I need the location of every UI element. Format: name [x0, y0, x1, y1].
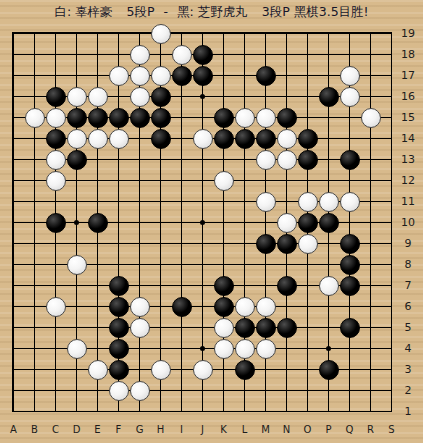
- intersection-I7[interactable]: [171, 275, 192, 296]
- intersection-J14[interactable]: [192, 128, 213, 149]
- intersection-O3[interactable]: [297, 359, 318, 380]
- intersection-O2[interactable]: [297, 380, 318, 401]
- intersection-L16[interactable]: [234, 86, 255, 107]
- intersection-J15[interactable]: [192, 107, 213, 128]
- intersection-E5[interactable]: [87, 317, 108, 338]
- intersection-D4[interactable]: [66, 338, 87, 359]
- intersection-L6[interactable]: [234, 296, 255, 317]
- intersection-L8[interactable]: [234, 254, 255, 275]
- intersection-O18[interactable]: [297, 44, 318, 65]
- intersection-Q8[interactable]: [339, 254, 360, 275]
- intersection-P3[interactable]: [318, 359, 339, 380]
- intersection-C16[interactable]: [45, 86, 66, 107]
- intersection-I18[interactable]: [171, 44, 192, 65]
- intersection-G17[interactable]: [129, 65, 150, 86]
- intersection-R9[interactable]: [360, 233, 381, 254]
- intersection-O5[interactable]: [297, 317, 318, 338]
- intersection-E15[interactable]: [87, 107, 108, 128]
- intersection-F12[interactable]: [108, 170, 129, 191]
- intersection-P9[interactable]: [318, 233, 339, 254]
- intersection-I16[interactable]: [171, 86, 192, 107]
- intersection-A18[interactable]: [3, 44, 24, 65]
- intersection-P19[interactable]: [318, 23, 339, 44]
- intersection-A3[interactable]: [3, 359, 24, 380]
- intersection-H15[interactable]: [150, 107, 171, 128]
- intersection-Q12[interactable]: [339, 170, 360, 191]
- intersection-F19[interactable]: [108, 23, 129, 44]
- intersection-M2[interactable]: [255, 380, 276, 401]
- intersection-F10[interactable]: [108, 212, 129, 233]
- intersection-N13[interactable]: [276, 149, 297, 170]
- intersection-N4[interactable]: [276, 338, 297, 359]
- intersection-N8[interactable]: [276, 254, 297, 275]
- intersection-J7[interactable]: [192, 275, 213, 296]
- intersection-P12[interactable]: [318, 170, 339, 191]
- intersection-K1[interactable]: [213, 401, 234, 422]
- intersection-E6[interactable]: [87, 296, 108, 317]
- intersection-N11[interactable]: [276, 191, 297, 212]
- intersection-O8[interactable]: [297, 254, 318, 275]
- intersection-D14[interactable]: [66, 128, 87, 149]
- intersection-H7[interactable]: [150, 275, 171, 296]
- intersection-D16[interactable]: [66, 86, 87, 107]
- intersection-B4[interactable]: [24, 338, 45, 359]
- intersection-A6[interactable]: [3, 296, 24, 317]
- intersection-M8[interactable]: [255, 254, 276, 275]
- intersection-D9[interactable]: [66, 233, 87, 254]
- intersection-R15[interactable]: [360, 107, 381, 128]
- intersection-Q5[interactable]: [339, 317, 360, 338]
- intersection-G12[interactable]: [129, 170, 150, 191]
- intersection-Q16[interactable]: [339, 86, 360, 107]
- intersection-J19[interactable]: [192, 23, 213, 44]
- intersection-I8[interactable]: [171, 254, 192, 275]
- intersection-F1[interactable]: [108, 401, 129, 422]
- intersection-P13[interactable]: [318, 149, 339, 170]
- intersection-O19[interactable]: [297, 23, 318, 44]
- intersection-H17[interactable]: [150, 65, 171, 86]
- intersection-O9[interactable]: [297, 233, 318, 254]
- intersection-E14[interactable]: [87, 128, 108, 149]
- intersection-R11[interactable]: [360, 191, 381, 212]
- intersection-D17[interactable]: [66, 65, 87, 86]
- intersection-N14[interactable]: [276, 128, 297, 149]
- intersection-F13[interactable]: [108, 149, 129, 170]
- intersection-G9[interactable]: [129, 233, 150, 254]
- intersection-I10[interactable]: [171, 212, 192, 233]
- intersection-K5[interactable]: [213, 317, 234, 338]
- intersection-Q14[interactable]: [339, 128, 360, 149]
- intersection-A7[interactable]: [3, 275, 24, 296]
- intersection-R7[interactable]: [360, 275, 381, 296]
- intersection-B17[interactable]: [24, 65, 45, 86]
- intersection-D10[interactable]: [66, 212, 87, 233]
- intersection-C15[interactable]: [45, 107, 66, 128]
- intersection-M5[interactable]: [255, 317, 276, 338]
- intersection-M17[interactable]: [255, 65, 276, 86]
- intersection-O6[interactable]: [297, 296, 318, 317]
- intersection-K8[interactable]: [213, 254, 234, 275]
- intersection-B16[interactable]: [24, 86, 45, 107]
- intersection-P8[interactable]: [318, 254, 339, 275]
- intersection-O4[interactable]: [297, 338, 318, 359]
- intersection-K19[interactable]: [213, 23, 234, 44]
- intersection-I11[interactable]: [171, 191, 192, 212]
- intersection-G3[interactable]: [129, 359, 150, 380]
- intersection-L15[interactable]: [234, 107, 255, 128]
- intersection-L13[interactable]: [234, 149, 255, 170]
- intersection-F16[interactable]: [108, 86, 129, 107]
- intersection-E7[interactable]: [87, 275, 108, 296]
- intersection-G13[interactable]: [129, 149, 150, 170]
- intersection-F3[interactable]: [108, 359, 129, 380]
- intersection-M14[interactable]: [255, 128, 276, 149]
- intersection-J3[interactable]: [192, 359, 213, 380]
- intersection-D7[interactable]: [66, 275, 87, 296]
- intersection-H13[interactable]: [150, 149, 171, 170]
- intersection-N10[interactable]: [276, 212, 297, 233]
- intersection-J5[interactable]: [192, 317, 213, 338]
- intersection-O16[interactable]: [297, 86, 318, 107]
- intersection-K13[interactable]: [213, 149, 234, 170]
- intersection-I12[interactable]: [171, 170, 192, 191]
- intersection-N16[interactable]: [276, 86, 297, 107]
- intersection-O12[interactable]: [297, 170, 318, 191]
- intersection-B3[interactable]: [24, 359, 45, 380]
- intersection-Q13[interactable]: [339, 149, 360, 170]
- intersection-L12[interactable]: [234, 170, 255, 191]
- intersection-Q3[interactable]: [339, 359, 360, 380]
- intersection-C11[interactable]: [45, 191, 66, 212]
- intersection-R5[interactable]: [360, 317, 381, 338]
- intersection-C4[interactable]: [45, 338, 66, 359]
- intersection-L2[interactable]: [234, 380, 255, 401]
- intersection-P1[interactable]: [318, 401, 339, 422]
- intersection-E8[interactable]: [87, 254, 108, 275]
- intersection-F5[interactable]: [108, 317, 129, 338]
- intersection-O11[interactable]: [297, 191, 318, 212]
- intersection-K3[interactable]: [213, 359, 234, 380]
- intersection-A15[interactable]: [3, 107, 24, 128]
- intersection-C5[interactable]: [45, 317, 66, 338]
- intersection-K9[interactable]: [213, 233, 234, 254]
- intersection-L19[interactable]: [234, 23, 255, 44]
- intersection-B1[interactable]: [24, 401, 45, 422]
- intersection-M9[interactable]: [255, 233, 276, 254]
- intersection-J9[interactable]: [192, 233, 213, 254]
- intersection-D2[interactable]: [66, 380, 87, 401]
- intersection-E2[interactable]: [87, 380, 108, 401]
- intersection-N12[interactable]: [276, 170, 297, 191]
- intersection-J2[interactable]: [192, 380, 213, 401]
- intersection-B18[interactable]: [24, 44, 45, 65]
- intersection-D1[interactable]: [66, 401, 87, 422]
- intersection-C10[interactable]: [45, 212, 66, 233]
- intersection-L11[interactable]: [234, 191, 255, 212]
- intersection-C9[interactable]: [45, 233, 66, 254]
- intersection-Q11[interactable]: [339, 191, 360, 212]
- intersection-K11[interactable]: [213, 191, 234, 212]
- intersection-M11[interactable]: [255, 191, 276, 212]
- intersection-D19[interactable]: [66, 23, 87, 44]
- intersection-A12[interactable]: [3, 170, 24, 191]
- intersection-L17[interactable]: [234, 65, 255, 86]
- intersection-P10[interactable]: [318, 212, 339, 233]
- intersection-I14[interactable]: [171, 128, 192, 149]
- intersection-C18[interactable]: [45, 44, 66, 65]
- intersection-M19[interactable]: [255, 23, 276, 44]
- intersection-M16[interactable]: [255, 86, 276, 107]
- intersection-O14[interactable]: [297, 128, 318, 149]
- intersection-O17[interactable]: [297, 65, 318, 86]
- intersection-C14[interactable]: [45, 128, 66, 149]
- intersection-H18[interactable]: [150, 44, 171, 65]
- intersection-A8[interactable]: [3, 254, 24, 275]
- intersection-A19[interactable]: [3, 23, 24, 44]
- intersection-Q18[interactable]: [339, 44, 360, 65]
- intersection-H11[interactable]: [150, 191, 171, 212]
- intersection-E12[interactable]: [87, 170, 108, 191]
- intersection-M1[interactable]: [255, 401, 276, 422]
- intersection-I19[interactable]: [171, 23, 192, 44]
- intersection-F7[interactable]: [108, 275, 129, 296]
- intersection-M10[interactable]: [255, 212, 276, 233]
- intersection-L18[interactable]: [234, 44, 255, 65]
- intersection-N17[interactable]: [276, 65, 297, 86]
- intersection-I3[interactable]: [171, 359, 192, 380]
- intersection-R3[interactable]: [360, 359, 381, 380]
- intersection-L9[interactable]: [234, 233, 255, 254]
- intersection-J17[interactable]: [192, 65, 213, 86]
- intersection-E11[interactable]: [87, 191, 108, 212]
- intersection-L10[interactable]: [234, 212, 255, 233]
- intersection-F8[interactable]: [108, 254, 129, 275]
- intersection-R16[interactable]: [360, 86, 381, 107]
- intersection-C12[interactable]: [45, 170, 66, 191]
- intersection-A14[interactable]: [3, 128, 24, 149]
- intersection-R17[interactable]: [360, 65, 381, 86]
- intersection-B6[interactable]: [24, 296, 45, 317]
- intersection-A1[interactable]: [3, 401, 24, 422]
- intersection-I4[interactable]: [171, 338, 192, 359]
- intersection-I2[interactable]: [171, 380, 192, 401]
- intersection-K2[interactable]: [213, 380, 234, 401]
- intersection-H16[interactable]: [150, 86, 171, 107]
- intersection-L5[interactable]: [234, 317, 255, 338]
- intersection-D12[interactable]: [66, 170, 87, 191]
- intersection-P5[interactable]: [318, 317, 339, 338]
- intersection-M15[interactable]: [255, 107, 276, 128]
- intersection-G5[interactable]: [129, 317, 150, 338]
- intersection-F14[interactable]: [108, 128, 129, 149]
- intersection-N9[interactable]: [276, 233, 297, 254]
- intersection-J13[interactable]: [192, 149, 213, 170]
- intersection-I17[interactable]: [171, 65, 192, 86]
- intersection-P11[interactable]: [318, 191, 339, 212]
- intersection-N3[interactable]: [276, 359, 297, 380]
- intersection-E17[interactable]: [87, 65, 108, 86]
- intersection-A5[interactable]: [3, 317, 24, 338]
- intersection-R1[interactable]: [360, 401, 381, 422]
- intersection-M3[interactable]: [255, 359, 276, 380]
- intersection-H10[interactable]: [150, 212, 171, 233]
- intersection-C7[interactable]: [45, 275, 66, 296]
- intersection-M6[interactable]: [255, 296, 276, 317]
- intersection-P7[interactable]: [318, 275, 339, 296]
- intersection-B19[interactable]: [24, 23, 45, 44]
- intersection-O7[interactable]: [297, 275, 318, 296]
- intersection-A17[interactable]: [3, 65, 24, 86]
- intersection-H3[interactable]: [150, 359, 171, 380]
- intersection-C19[interactable]: [45, 23, 66, 44]
- intersection-N18[interactable]: [276, 44, 297, 65]
- intersection-D3[interactable]: [66, 359, 87, 380]
- intersection-L7[interactable]: [234, 275, 255, 296]
- intersection-N6[interactable]: [276, 296, 297, 317]
- intersection-B14[interactable]: [24, 128, 45, 149]
- intersection-O10[interactable]: [297, 212, 318, 233]
- intersection-A9[interactable]: [3, 233, 24, 254]
- intersection-D18[interactable]: [66, 44, 87, 65]
- intersection-N5[interactable]: [276, 317, 297, 338]
- intersection-M7[interactable]: [255, 275, 276, 296]
- intersection-E4[interactable]: [87, 338, 108, 359]
- intersection-C2[interactable]: [45, 380, 66, 401]
- intersection-Q1[interactable]: [339, 401, 360, 422]
- intersection-L4[interactable]: [234, 338, 255, 359]
- intersection-M18[interactable]: [255, 44, 276, 65]
- intersection-P16[interactable]: [318, 86, 339, 107]
- intersection-G15[interactable]: [129, 107, 150, 128]
- intersection-M12[interactable]: [255, 170, 276, 191]
- intersection-K14[interactable]: [213, 128, 234, 149]
- intersection-K12[interactable]: [213, 170, 234, 191]
- intersection-C3[interactable]: [45, 359, 66, 380]
- intersection-M4[interactable]: [255, 338, 276, 359]
- intersection-G2[interactable]: [129, 380, 150, 401]
- intersection-P15[interactable]: [318, 107, 339, 128]
- intersection-H2[interactable]: [150, 380, 171, 401]
- intersection-P17[interactable]: [318, 65, 339, 86]
- intersection-G18[interactable]: [129, 44, 150, 65]
- intersection-N7[interactable]: [276, 275, 297, 296]
- intersection-I6[interactable]: [171, 296, 192, 317]
- intersection-F17[interactable]: [108, 65, 129, 86]
- intersection-I9[interactable]: [171, 233, 192, 254]
- intersection-P14[interactable]: [318, 128, 339, 149]
- intersection-K17[interactable]: [213, 65, 234, 86]
- intersection-A10[interactable]: [3, 212, 24, 233]
- intersection-B9[interactable]: [24, 233, 45, 254]
- intersection-H12[interactable]: [150, 170, 171, 191]
- intersection-I15[interactable]: [171, 107, 192, 128]
- intersection-C6[interactable]: [45, 296, 66, 317]
- intersection-B11[interactable]: [24, 191, 45, 212]
- intersection-A2[interactable]: [3, 380, 24, 401]
- intersection-A16[interactable]: [3, 86, 24, 107]
- intersection-A11[interactable]: [3, 191, 24, 212]
- intersection-K4[interactable]: [213, 338, 234, 359]
- intersection-P4[interactable]: [318, 338, 339, 359]
- intersection-J16[interactable]: [192, 86, 213, 107]
- intersection-J12[interactable]: [192, 170, 213, 191]
- intersection-F11[interactable]: [108, 191, 129, 212]
- intersection-I1[interactable]: [171, 401, 192, 422]
- intersection-O15[interactable]: [297, 107, 318, 128]
- intersection-N19[interactable]: [276, 23, 297, 44]
- intersection-O1[interactable]: [297, 401, 318, 422]
- intersection-G19[interactable]: [129, 23, 150, 44]
- intersection-R4[interactable]: [360, 338, 381, 359]
- intersection-Q7[interactable]: [339, 275, 360, 296]
- intersection-B13[interactable]: [24, 149, 45, 170]
- intersection-J8[interactable]: [192, 254, 213, 275]
- intersection-K10[interactable]: [213, 212, 234, 233]
- intersection-F9[interactable]: [108, 233, 129, 254]
- intersection-Q2[interactable]: [339, 380, 360, 401]
- intersection-Q10[interactable]: [339, 212, 360, 233]
- intersection-A13[interactable]: [3, 149, 24, 170]
- intersection-M13[interactable]: [255, 149, 276, 170]
- intersection-H8[interactable]: [150, 254, 171, 275]
- intersection-B2[interactable]: [24, 380, 45, 401]
- intersection-E18[interactable]: [87, 44, 108, 65]
- intersection-L1[interactable]: [234, 401, 255, 422]
- intersection-K7[interactable]: [213, 275, 234, 296]
- intersection-E16[interactable]: [87, 86, 108, 107]
- intersection-N1[interactable]: [276, 401, 297, 422]
- intersection-Q17[interactable]: [339, 65, 360, 86]
- intersection-C8[interactable]: [45, 254, 66, 275]
- intersection-P6[interactable]: [318, 296, 339, 317]
- intersection-D6[interactable]: [66, 296, 87, 317]
- intersection-R8[interactable]: [360, 254, 381, 275]
- intersection-O13[interactable]: [297, 149, 318, 170]
- intersection-B10[interactable]: [24, 212, 45, 233]
- intersection-J18[interactable]: [192, 44, 213, 65]
- intersection-J4[interactable]: [192, 338, 213, 359]
- intersection-G16[interactable]: [129, 86, 150, 107]
- intersection-Q6[interactable]: [339, 296, 360, 317]
- intersection-R13[interactable]: [360, 149, 381, 170]
- intersection-G4[interactable]: [129, 338, 150, 359]
- intersection-K16[interactable]: [213, 86, 234, 107]
- intersection-G8[interactable]: [129, 254, 150, 275]
- intersection-R18[interactable]: [360, 44, 381, 65]
- intersection-E10[interactable]: [87, 212, 108, 233]
- intersection-I13[interactable]: [171, 149, 192, 170]
- intersection-B5[interactable]: [24, 317, 45, 338]
- intersection-H1[interactable]: [150, 401, 171, 422]
- intersection-E1[interactable]: [87, 401, 108, 422]
- intersection-R10[interactable]: [360, 212, 381, 233]
- intersection-L14[interactable]: [234, 128, 255, 149]
- intersection-G14[interactable]: [129, 128, 150, 149]
- intersection-E19[interactable]: [87, 23, 108, 44]
- intersection-D8[interactable]: [66, 254, 87, 275]
- intersection-F6[interactable]: [108, 296, 129, 317]
- intersection-B7[interactable]: [24, 275, 45, 296]
- intersection-J6[interactable]: [192, 296, 213, 317]
- intersection-C1[interactable]: [45, 401, 66, 422]
- intersection-D13[interactable]: [66, 149, 87, 170]
- intersection-Q19[interactable]: [339, 23, 360, 44]
- intersection-K6[interactable]: [213, 296, 234, 317]
- intersection-K18[interactable]: [213, 44, 234, 65]
- intersection-C13[interactable]: [45, 149, 66, 170]
- intersection-B15[interactable]: [24, 107, 45, 128]
- intersection-N15[interactable]: [276, 107, 297, 128]
